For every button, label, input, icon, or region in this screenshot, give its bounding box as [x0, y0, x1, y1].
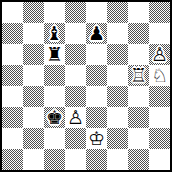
square-c5[interactable] [44, 65, 65, 86]
square-g5[interactable]: ♖ [128, 65, 149, 86]
square-b2[interactable] [23, 128, 44, 149]
square-h6[interactable]: ♙ [149, 44, 170, 65]
square-d6[interactable] [65, 44, 86, 65]
square-c8[interactable] [44, 2, 65, 23]
square-e6[interactable] [86, 44, 107, 65]
square-a4[interactable] [2, 86, 23, 107]
square-f3[interactable] [107, 107, 128, 128]
square-e4[interactable] [86, 86, 107, 107]
square-a7[interactable] [2, 23, 23, 44]
square-d3[interactable]: ♙ [65, 107, 86, 128]
square-f7[interactable] [107, 23, 128, 44]
square-d4[interactable] [65, 86, 86, 107]
piece-black-rook[interactable]: ♜ [46, 44, 63, 65]
piece-black-pawn[interactable]: ♟ [88, 23, 105, 44]
square-b6[interactable] [23, 44, 44, 65]
square-b7[interactable] [23, 23, 44, 44]
square-g2[interactable] [128, 128, 149, 149]
square-c2[interactable] [44, 128, 65, 149]
square-b5[interactable] [23, 65, 44, 86]
square-f4[interactable] [107, 86, 128, 107]
square-a1[interactable] [2, 149, 23, 170]
square-e5[interactable] [86, 65, 107, 86]
square-a5[interactable] [2, 65, 23, 86]
square-a2[interactable] [2, 128, 23, 149]
square-e8[interactable] [86, 2, 107, 23]
piece-white-pawn[interactable]: ♙ [151, 44, 168, 65]
square-h7[interactable] [149, 23, 170, 44]
square-h2[interactable] [149, 128, 170, 149]
square-g7[interactable] [128, 23, 149, 44]
square-h8[interactable] [149, 2, 170, 23]
square-f2[interactable] [107, 128, 128, 149]
square-c1[interactable] [44, 149, 65, 170]
square-h4[interactable] [149, 86, 170, 107]
square-b1[interactable] [23, 149, 44, 170]
square-c4[interactable] [44, 86, 65, 107]
chess-diagram: ♝♟♜♙♖♘♚♙♔ [0, 0, 172, 172]
square-a3[interactable] [2, 107, 23, 128]
square-d2[interactable] [65, 128, 86, 149]
piece-white-knight[interactable]: ♘ [151, 65, 168, 86]
square-b8[interactable] [23, 2, 44, 23]
piece-white-rook[interactable]: ♖ [130, 65, 147, 86]
square-c6[interactable]: ♜ [44, 44, 65, 65]
square-h1[interactable] [149, 149, 170, 170]
square-g6[interactable] [128, 44, 149, 65]
square-e1[interactable] [86, 149, 107, 170]
square-d1[interactable] [65, 149, 86, 170]
square-c3[interactable]: ♚ [44, 107, 65, 128]
piece-black-king[interactable]: ♚ [46, 107, 63, 128]
square-b3[interactable] [23, 107, 44, 128]
square-c7[interactable]: ♝ [44, 23, 65, 44]
square-g1[interactable] [128, 149, 149, 170]
square-f6[interactable] [107, 44, 128, 65]
square-g4[interactable] [128, 86, 149, 107]
piece-white-king[interactable]: ♔ [88, 128, 105, 149]
chess-board: ♝♟♜♙♖♘♚♙♔ [0, 0, 172, 172]
square-e3[interactable] [86, 107, 107, 128]
square-b4[interactable] [23, 86, 44, 107]
square-h3[interactable] [149, 107, 170, 128]
square-g3[interactable] [128, 107, 149, 128]
square-d7[interactable] [65, 23, 86, 44]
piece-white-pawn[interactable]: ♙ [67, 107, 84, 128]
square-a8[interactable] [2, 2, 23, 23]
square-d5[interactable] [65, 65, 86, 86]
square-e7[interactable]: ♟ [86, 23, 107, 44]
square-f1[interactable] [107, 149, 128, 170]
square-d8[interactable] [65, 2, 86, 23]
piece-black-bishop[interactable]: ♝ [46, 23, 63, 44]
square-f8[interactable] [107, 2, 128, 23]
square-g8[interactable] [128, 2, 149, 23]
square-h5[interactable]: ♘ [149, 65, 170, 86]
square-f5[interactable] [107, 65, 128, 86]
square-a6[interactable] [2, 44, 23, 65]
square-e2[interactable]: ♔ [86, 128, 107, 149]
